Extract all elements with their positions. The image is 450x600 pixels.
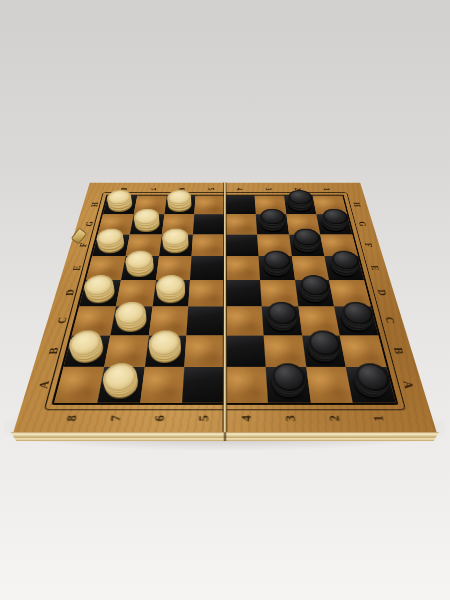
white-checker [97,237,126,254]
square-F6 [159,234,194,256]
label-top-2: 2 [292,188,302,191]
label-left-D: D [62,290,75,296]
square-H4 [225,196,256,215]
label-left-H: H [88,202,99,207]
label-right-D: D [375,290,388,296]
square-F4 [225,234,258,256]
square-B8 [64,335,111,367]
white-checker [84,283,116,303]
label-top-4: 4 [235,188,244,191]
scene: 8765432187654321HGFEDCBAHGFEDCBA [60,115,390,445]
white-checker [168,198,193,212]
white-checker [134,216,161,232]
square-A4 [225,367,268,403]
label-right-H: H [351,202,362,207]
square-G4 [225,214,257,234]
label-top-1: 1 [321,188,331,191]
black-checker [266,309,297,331]
square-G3 [256,214,289,234]
board-photo: 8765432187654321HGFEDCBAHGFEDCBA [0,0,450,600]
label-bottom-4: 4 [240,415,254,421]
square-C1 [334,306,378,335]
square-A8 [54,367,104,403]
black-checker [351,371,390,399]
white-checker [157,283,187,303]
label-top-3: 3 [264,188,273,191]
white-checker [149,339,182,364]
square-B7 [104,335,149,367]
label-top-8: 8 [119,188,129,191]
square-D2 [295,280,335,306]
label-top-7: 7 [148,188,158,191]
square-A5 [182,367,225,403]
black-checker [306,339,341,364]
label-bottom-6: 6 [152,415,166,421]
edge-seam [224,432,227,441]
white-checker [125,259,154,278]
label-left-C: C [54,317,68,324]
white-checker [107,198,133,212]
square-H8 [103,196,137,215]
square-D5 [189,280,225,306]
label-left-A: A [35,380,50,388]
square-A6 [140,367,185,403]
black-checker [320,216,348,232]
checker-top-face [260,209,286,225]
label-top-5: 5 [206,188,215,191]
square-G7 [130,214,164,234]
square-D8 [79,280,121,306]
square-B3 [263,335,305,367]
square-E3 [258,256,294,280]
label-bottom-5: 5 [196,415,210,421]
black-checker [262,259,290,278]
square-F2 [289,234,325,256]
board: 8765432187654321HGFEDCBAHGFEDCBA [13,183,436,433]
white-checker [115,309,148,331]
label-right-C: C [382,317,396,324]
square-G1 [317,214,353,234]
label-left-G: G [83,222,94,227]
black-checker [259,216,285,232]
black-checker [292,237,320,254]
label-right-F: F [362,243,373,247]
square-B4 [225,335,265,367]
label-right-G: G [356,222,367,227]
label-right-E: E [368,265,380,270]
square-H2 [284,196,317,215]
board-edge [11,432,439,441]
square-C4 [225,306,263,335]
square-C7 [110,306,152,335]
square-B5 [185,335,225,367]
black-checker [339,309,373,331]
square-A3 [265,367,310,403]
black-checker [329,259,360,278]
label-left-E: E [70,265,82,270]
square-F5 [192,234,225,256]
fold-seam [222,182,227,432]
label-bottom-3: 3 [283,415,297,421]
square-D4 [225,280,261,306]
black-checker [270,371,305,399]
square-G5 [193,214,225,234]
square-B6 [144,335,186,367]
square-A7 [97,367,144,403]
square-C5 [187,306,225,335]
square-B1 [340,335,387,367]
black-checker [299,283,330,303]
white-checker [163,237,190,254]
square-A2 [306,367,353,403]
label-bottom-2: 2 [327,415,342,421]
label-right-A: A [399,380,414,388]
label-left-B: B [45,347,59,354]
label-right-B: B [390,347,404,354]
square-D6 [152,280,190,306]
square-C3 [261,306,301,335]
square-H5 [194,196,225,215]
white-checker [69,339,105,364]
label-bottom-7: 7 [108,415,123,421]
label-top-6: 6 [177,188,186,191]
label-bottom-8: 8 [65,415,80,421]
white-checker [103,371,140,399]
label-bottom-1: 1 [370,415,385,421]
square-C8 [72,306,116,335]
square-H6 [164,196,196,215]
square-F8 [92,234,129,256]
square-B2 [302,335,347,367]
black-checker [287,198,313,212]
